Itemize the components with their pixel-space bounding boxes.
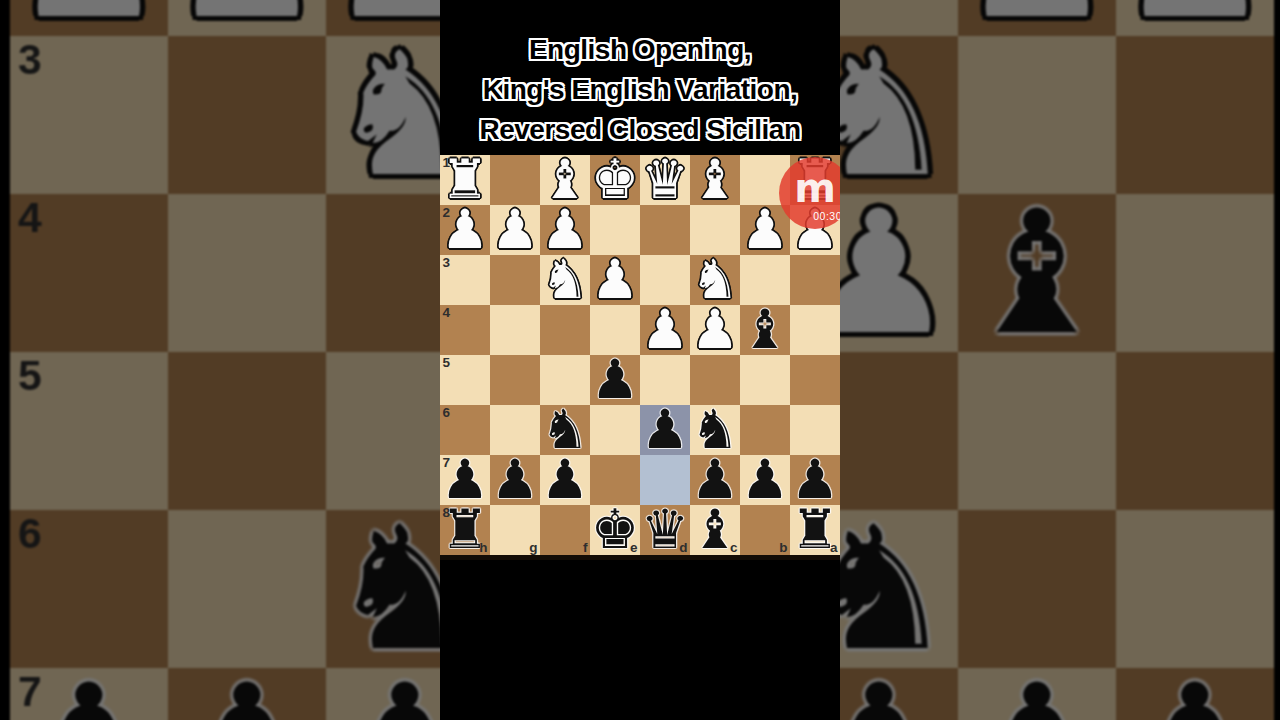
square-c7[interactable]: ♟	[690, 455, 740, 505]
white-pawn[interactable]: ♟	[741, 203, 789, 257]
rank-label-5: 5	[18, 354, 42, 397]
square-b5[interactable]	[740, 355, 790, 405]
square-b3	[958, 36, 1116, 194]
black-pawn[interactable]: ♟	[541, 453, 589, 507]
square-g4[interactable]	[490, 305, 540, 355]
white-pawn[interactable]: ♟	[491, 203, 539, 257]
square-g2: ♟	[168, 0, 326, 36]
title-line-3: Reversed Closed Sicilian	[440, 110, 840, 150]
black-bishop[interactable]: ♝	[741, 303, 789, 357]
square-e7[interactable]	[590, 455, 640, 505]
square-g3[interactable]	[490, 255, 540, 305]
white-pawn[interactable]: ♟	[541, 203, 589, 257]
rank-label-6: 6	[18, 512, 42, 555]
rank-label-3: 3	[18, 38, 42, 81]
rank-label-6: 6	[443, 406, 451, 420]
square-a5[interactable]	[790, 355, 840, 405]
white-knight[interactable]: ♞	[541, 253, 589, 307]
square-f5[interactable]	[540, 355, 590, 405]
square-b4: ♝	[958, 194, 1116, 352]
black-pawn: ♟	[961, 662, 1114, 720]
file-label-f: f	[583, 541, 588, 555]
square-h8[interactable]: 8h♜	[440, 505, 490, 555]
square-b2[interactable]: ♟	[740, 205, 790, 255]
square-g5	[168, 352, 326, 510]
square-d7[interactable]	[640, 455, 690, 505]
square-f3[interactable]: ♞	[540, 255, 590, 305]
square-a8[interactable]: a♜	[790, 505, 840, 555]
square-b8[interactable]: b	[740, 505, 790, 555]
rank-label-4: 4	[18, 196, 42, 239]
white-pawn[interactable]: ♟	[641, 303, 689, 357]
video-panel: English Opening, King's English Variatio…	[440, 0, 840, 720]
square-f8[interactable]: f	[540, 505, 590, 555]
square-b6	[958, 510, 1116, 668]
file-label-c: c	[730, 541, 738, 555]
square-a7[interactable]: ♟	[790, 455, 840, 505]
file-label-d: d	[679, 541, 687, 555]
square-a4	[1116, 194, 1274, 352]
square-g3	[168, 36, 326, 194]
black-bishop: ♝	[961, 188, 1114, 359]
square-g1[interactable]	[490, 155, 540, 205]
black-knight[interactable]: ♞	[541, 403, 589, 457]
square-c5[interactable]	[690, 355, 740, 405]
shorts-frame: 1♜♝♚♛♝♜2♟♟♟♟♟3♞♟♞4♟♟♝5♟6♞♟♞7♟♟♟♟♟♟8h♜gfe…	[0, 0, 1280, 720]
rank-label-5: 5	[443, 356, 451, 370]
square-e8[interactable]: e♚	[590, 505, 640, 555]
square-a3[interactable]	[790, 255, 840, 305]
black-pawn: ♟	[171, 662, 324, 720]
file-label-g: g	[529, 541, 537, 555]
square-e2[interactable]	[590, 205, 640, 255]
square-a2: ♟	[1116, 0, 1274, 36]
square-g4	[168, 194, 326, 352]
rank-label-8: 8	[443, 506, 451, 520]
square-h7: 7♟	[10, 668, 168, 720]
square-g8[interactable]: g	[490, 505, 540, 555]
square-h5: 5	[10, 352, 168, 510]
square-f7[interactable]: ♟	[540, 455, 590, 505]
black-pawn[interactable]: ♟	[591, 353, 639, 407]
square-h2[interactable]: 2♟	[440, 205, 490, 255]
square-b7: ♟	[958, 668, 1116, 720]
recording-time: 00:30	[813, 210, 840, 222]
square-d3[interactable]	[640, 255, 690, 305]
square-a3	[1116, 36, 1274, 194]
white-bishop[interactable]: ♝	[541, 153, 589, 207]
square-a6	[1116, 510, 1274, 668]
square-e6[interactable]	[590, 405, 640, 455]
black-pawn[interactable]: ♟	[491, 453, 539, 507]
square-d2[interactable]	[640, 205, 690, 255]
title-line-2: King's English Variation,	[440, 70, 840, 110]
square-f6[interactable]: ♞	[540, 405, 590, 455]
black-knight[interactable]: ♞	[691, 403, 739, 457]
square-e3[interactable]: ♟	[590, 255, 640, 305]
square-d4[interactable]: ♟	[640, 305, 690, 355]
square-h4: 4	[10, 194, 168, 352]
square-b4[interactable]: ♝	[740, 305, 790, 355]
square-c8[interactable]: c♝	[690, 505, 740, 555]
square-c2[interactable]	[690, 205, 740, 255]
opening-title: English Opening, King's English Variatio…	[440, 30, 840, 150]
file-label-e: e	[630, 541, 638, 555]
square-g7[interactable]: ♟	[490, 455, 540, 505]
black-pawn[interactable]: ♟	[641, 403, 689, 457]
black-pawn[interactable]: ♟	[791, 453, 839, 507]
square-e5[interactable]: ♟	[590, 355, 640, 405]
white-bishop[interactable]: ♝	[691, 153, 739, 207]
square-b7[interactable]: ♟	[740, 455, 790, 505]
white-king[interactable]: ♚	[591, 153, 639, 207]
square-c1[interactable]: ♝	[690, 155, 740, 205]
white-queen[interactable]: ♛	[641, 153, 689, 207]
square-e4[interactable]	[590, 305, 640, 355]
title-line-1: English Opening,	[440, 30, 840, 70]
black-pawn[interactable]: ♟	[691, 453, 739, 507]
square-h4[interactable]: 4	[440, 305, 490, 355]
rank-label-7: 7	[443, 456, 451, 470]
black-pawn[interactable]: ♟	[741, 453, 789, 507]
square-f1[interactable]: ♝	[540, 155, 590, 205]
square-h6: 6	[10, 510, 168, 668]
square-a7: ♟	[1116, 668, 1274, 720]
square-c6[interactable]: ♞	[690, 405, 740, 455]
square-b5	[958, 352, 1116, 510]
square-h7[interactable]: 7♟	[440, 455, 490, 505]
chess-board: 1♜♝♚♛♝♜2♟♟♟♟♟3♞♟♞4♟♟♝5♟6♞♟♞7♟♟♟♟♟♟8h♜gfe…	[440, 155, 840, 555]
square-b2: ♟	[958, 0, 1116, 36]
square-g6[interactable]	[490, 405, 540, 455]
square-b3[interactable]	[740, 255, 790, 305]
square-f2[interactable]: ♟	[540, 205, 590, 255]
square-a5	[1116, 352, 1274, 510]
square-a6[interactable]	[790, 405, 840, 455]
file-label-h: h	[479, 541, 487, 555]
file-label-a: a	[830, 541, 838, 555]
white-pawn[interactable]: ♟	[691, 303, 739, 357]
recorder-m-icon: m	[794, 168, 836, 208]
rank-label-3: 3	[443, 256, 451, 270]
square-a4[interactable]	[790, 305, 840, 355]
square-h6[interactable]: 6	[440, 405, 490, 455]
rank-label-4: 4	[443, 306, 451, 320]
black-pawn: ♟	[1119, 662, 1272, 720]
square-e1[interactable]: ♚	[590, 155, 640, 205]
rank-label-7: 7	[18, 670, 42, 713]
rank-label-2: 2	[443, 206, 451, 220]
square-g6	[168, 510, 326, 668]
square-d8[interactable]: d♛	[640, 505, 690, 555]
square-h2: 2♟	[10, 0, 168, 36]
square-d5[interactable]	[640, 355, 690, 405]
square-h3: 3	[10, 36, 168, 194]
square-b6[interactable]	[740, 405, 790, 455]
square-c3[interactable]: ♞	[690, 255, 740, 305]
rank-label-1: 1	[443, 156, 451, 170]
square-h1[interactable]: 1♜	[440, 155, 490, 205]
file-label-b: b	[779, 541, 787, 555]
square-g5[interactable]	[490, 355, 540, 405]
square-h3[interactable]: 3	[440, 255, 490, 305]
square-d1[interactable]: ♛	[640, 155, 690, 205]
square-f4[interactable]	[540, 305, 590, 355]
square-c4[interactable]: ♟	[690, 305, 740, 355]
white-knight[interactable]: ♞	[691, 253, 739, 307]
square-d6[interactable]: ♟	[640, 405, 690, 455]
white-pawn[interactable]: ♟	[591, 253, 639, 307]
square-g7: ♟	[168, 668, 326, 720]
square-h5[interactable]: 5	[440, 355, 490, 405]
square-g2[interactable]: ♟	[490, 205, 540, 255]
